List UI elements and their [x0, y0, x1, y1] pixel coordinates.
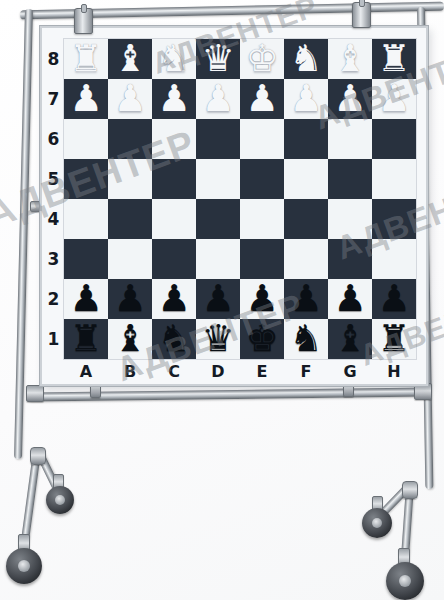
- square-c1: ♞: [152, 319, 196, 359]
- black-bishop-piece: ♝: [108, 319, 152, 359]
- white-knight-piece: ♞: [152, 39, 196, 79]
- rank-label-4: 4: [44, 199, 63, 239]
- square-h2: ♟: [372, 279, 416, 319]
- rank-label-5: 5: [44, 159, 63, 199]
- demo-chess-board-panel: 87654321 ♜♝♞♛♚♞♝♜♟♟♟♟♟♟♟♟♟♟♟♟♟♟♟♟♜♝♞♛♚♞♝…: [40, 26, 428, 386]
- rank-label-2: 2: [44, 279, 63, 319]
- black-pawn-piece: ♟: [196, 279, 240, 319]
- square-e1: ♚: [240, 319, 284, 359]
- square-b6: [108, 119, 152, 159]
- square-d7: ♟: [196, 79, 240, 119]
- square-b2: ♟: [108, 279, 152, 319]
- left-front-caster-wheel: [6, 548, 42, 584]
- square-a6: [64, 119, 108, 159]
- black-knight-piece: ♞: [284, 319, 328, 359]
- square-d3: [196, 239, 240, 279]
- square-e6: [240, 119, 284, 159]
- right-front-caster-wheel: [362, 508, 392, 538]
- black-pawn-piece: ♟: [372, 279, 416, 319]
- white-king-piece: ♚: [240, 39, 284, 79]
- rank-label-3: 3: [44, 239, 63, 279]
- black-pawn-piece: ♟: [108, 279, 152, 319]
- square-g6: [328, 119, 372, 159]
- white-queen-piece: ♛: [196, 39, 240, 79]
- black-pawn-piece: ♟: [328, 279, 372, 319]
- square-d1: ♛: [196, 319, 240, 359]
- black-pawn-piece: ♟: [240, 279, 284, 319]
- white-pawn-piece: ♟: [240, 79, 284, 119]
- white-bishop-piece: ♝: [328, 39, 372, 79]
- square-b5: [108, 159, 152, 199]
- square-h6: [372, 119, 416, 159]
- square-b4: [108, 199, 152, 239]
- top-left-board-clip: [74, 8, 93, 34]
- square-f5: [284, 159, 328, 199]
- file-labels: ABCDEFGH: [64, 360, 416, 382]
- square-f3: [284, 239, 328, 279]
- square-g2: ♟: [328, 279, 372, 319]
- black-knight-piece: ♞: [152, 319, 196, 359]
- white-knight-piece: ♞: [284, 39, 328, 79]
- square-e2: ♟: [240, 279, 284, 319]
- square-d6: [196, 119, 240, 159]
- black-queen-piece: ♛: [196, 319, 240, 359]
- square-c6: [152, 119, 196, 159]
- square-h4: [372, 199, 416, 239]
- left-back-caster-wheel: [46, 486, 74, 514]
- square-a3: [64, 239, 108, 279]
- black-pawn-piece: ♟: [64, 279, 108, 319]
- white-rook-piece: ♜: [64, 39, 108, 79]
- product-photo: 87654321 ♜♝♞♛♚♞♝♜♟♟♟♟♟♟♟♟♟♟♟♟♟♟♟♟♜♝♞♛♚♞♝…: [0, 0, 444, 600]
- rank-label-1: 1: [44, 319, 63, 359]
- white-rook-piece: ♜: [372, 39, 416, 79]
- square-g7: ♟: [328, 79, 372, 119]
- file-label-b: B: [108, 360, 152, 382]
- square-a7: ♟: [64, 79, 108, 119]
- black-rook-piece: ♜: [64, 319, 108, 359]
- square-b8: ♝: [108, 39, 152, 79]
- white-pawn-piece: ♟: [64, 79, 108, 119]
- square-h5: [372, 159, 416, 199]
- square-e8: ♚: [240, 39, 284, 79]
- square-c2: ♟: [152, 279, 196, 319]
- square-b1: ♝: [108, 319, 152, 359]
- square-c4: [152, 199, 196, 239]
- square-f2: ♟: [284, 279, 328, 319]
- square-e7: ♟: [240, 79, 284, 119]
- square-e5: [240, 159, 284, 199]
- square-g5: [328, 159, 372, 199]
- square-b3: [108, 239, 152, 279]
- top-right-board-clip: [352, 2, 371, 28]
- square-h7: ♟: [372, 79, 416, 119]
- white-pawn-piece: ♟: [328, 79, 372, 119]
- square-c8: ♞: [152, 39, 196, 79]
- white-pawn-piece: ♟: [372, 79, 416, 119]
- square-a2: ♟: [64, 279, 108, 319]
- black-king-piece: ♚: [240, 319, 284, 359]
- file-label-h: H: [372, 360, 416, 382]
- square-h1: ♜: [372, 319, 416, 359]
- black-bishop-piece: ♝: [328, 319, 372, 359]
- square-a5: [64, 159, 108, 199]
- black-rook-piece: ♜: [372, 319, 416, 359]
- rank-label-6: 6: [44, 119, 63, 159]
- rank-label-7: 7: [44, 79, 63, 119]
- square-d4: [196, 199, 240, 239]
- file-label-a: A: [64, 360, 108, 382]
- white-pawn-piece: ♟: [284, 79, 328, 119]
- rank-labels: 87654321: [44, 39, 63, 359]
- square-a4: [64, 199, 108, 239]
- cross-bar-left-joint: [26, 385, 44, 402]
- stand-cross-bar: [28, 388, 430, 402]
- square-d8: ♛: [196, 39, 240, 79]
- square-c7: ♟: [152, 79, 196, 119]
- file-label-d: D: [196, 360, 240, 382]
- file-label-c: C: [152, 360, 196, 382]
- file-label-e: E: [240, 360, 284, 382]
- square-h3: [372, 239, 416, 279]
- square-c5: [152, 159, 196, 199]
- white-pawn-piece: ♟: [108, 79, 152, 119]
- right-back-caster-wheel: [386, 562, 424, 600]
- square-e3: [240, 239, 284, 279]
- file-label-g: G: [328, 360, 372, 382]
- square-a8: ♜: [64, 39, 108, 79]
- square-d5: [196, 159, 240, 199]
- square-f6: [284, 119, 328, 159]
- square-g1: ♝: [328, 319, 372, 359]
- rank-label-8: 8: [44, 39, 63, 79]
- right-leg-joint: [402, 481, 418, 499]
- board-grid: ♜♝♞♛♚♞♝♜♟♟♟♟♟♟♟♟♟♟♟♟♟♟♟♟♜♝♞♛♚♞♝♜: [64, 39, 416, 359]
- square-h8: ♜: [372, 39, 416, 79]
- black-pawn-piece: ♟: [284, 279, 328, 319]
- square-f8: ♞: [284, 39, 328, 79]
- square-a1: ♜: [64, 319, 108, 359]
- square-b7: ♟: [108, 79, 152, 119]
- square-g8: ♝: [328, 39, 372, 79]
- square-e4: [240, 199, 284, 239]
- white-pawn-piece: ♟: [196, 79, 240, 119]
- white-bishop-piece: ♝: [108, 39, 152, 79]
- square-c3: [152, 239, 196, 279]
- left-leg-joint: [30, 447, 46, 465]
- black-pawn-piece: ♟: [152, 279, 196, 319]
- white-pawn-piece: ♟: [152, 79, 196, 119]
- square-f4: [284, 199, 328, 239]
- square-f7: ♟: [284, 79, 328, 119]
- square-f1: ♞: [284, 319, 328, 359]
- file-label-f: F: [284, 360, 328, 382]
- square-g3: [328, 239, 372, 279]
- square-g4: [328, 199, 372, 239]
- square-d2: ♟: [196, 279, 240, 319]
